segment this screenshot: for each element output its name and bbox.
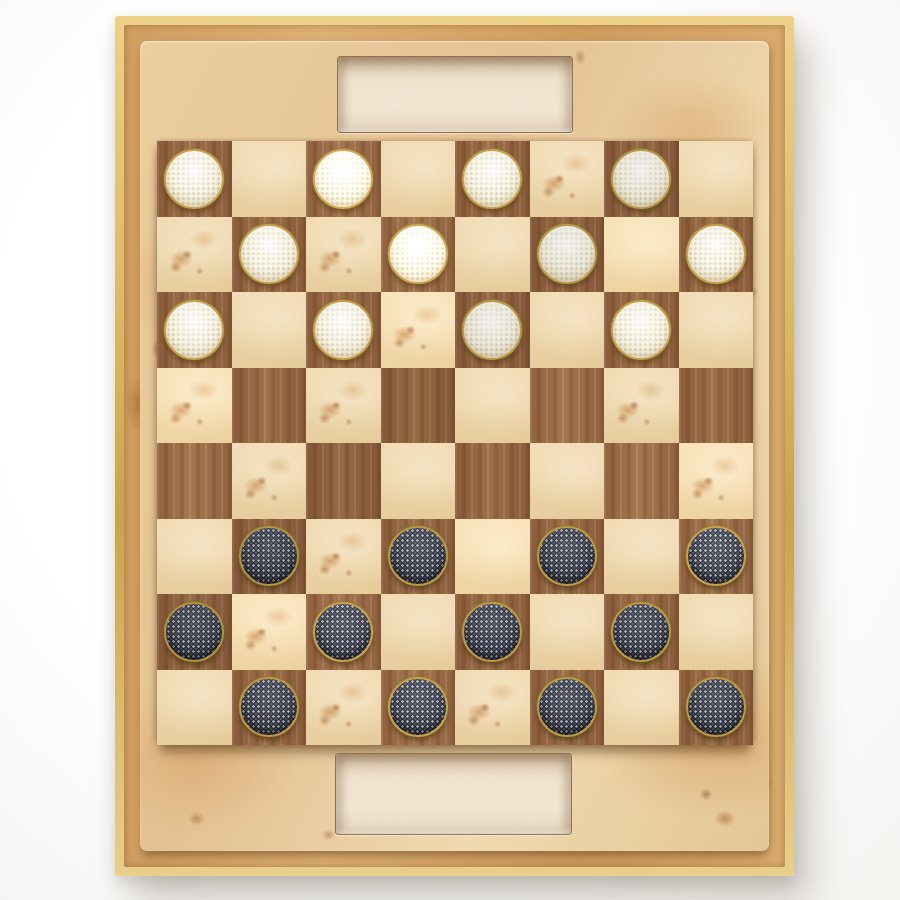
square-h7[interactable] [679, 217, 754, 293]
square-f6[interactable] [530, 292, 605, 368]
square-b3[interactable] [232, 519, 307, 595]
square-c7[interactable] [306, 217, 381, 293]
square-f3[interactable] [530, 519, 605, 595]
piece-navy[interactable] [686, 677, 746, 737]
square-e6[interactable] [455, 292, 530, 368]
square-b4[interactable] [232, 443, 307, 519]
square-e3[interactable] [455, 519, 530, 595]
square-h8[interactable] [679, 141, 754, 217]
piece-cream[interactable] [164, 300, 224, 360]
square-d3[interactable] [381, 519, 456, 595]
piece-navy[interactable] [388, 677, 448, 737]
square-c3[interactable] [306, 519, 381, 595]
piece-cream[interactable] [537, 224, 597, 284]
square-a3[interactable] [157, 519, 232, 595]
square-b6[interactable] [232, 292, 307, 368]
square-b1[interactable] [232, 670, 307, 746]
square-a6[interactable] [157, 292, 232, 368]
square-e4[interactable] [455, 443, 530, 519]
piece-navy[interactable] [313, 602, 373, 662]
square-e5[interactable] [455, 368, 530, 444]
piece-cream[interactable] [313, 300, 373, 360]
piece-navy[interactable] [686, 526, 746, 586]
square-f5[interactable] [530, 368, 605, 444]
square-g7[interactable] [604, 217, 679, 293]
square-g1[interactable] [604, 670, 679, 746]
square-g3[interactable] [604, 519, 679, 595]
square-a5[interactable] [157, 368, 232, 444]
square-f7[interactable] [530, 217, 605, 293]
square-d4[interactable] [381, 443, 456, 519]
square-h6[interactable] [679, 292, 754, 368]
square-c6[interactable] [306, 292, 381, 368]
square-c4[interactable] [306, 443, 381, 519]
piece-cream[interactable] [462, 300, 522, 360]
piece-navy[interactable] [164, 602, 224, 662]
piece-navy[interactable] [537, 526, 597, 586]
square-h1[interactable] [679, 670, 754, 746]
square-c2[interactable] [306, 594, 381, 670]
top-handle-recess[interactable] [337, 56, 573, 133]
piece-navy[interactable] [239, 677, 299, 737]
piece-navy[interactable] [537, 677, 597, 737]
square-d8[interactable] [381, 141, 456, 217]
burl-platform [140, 41, 769, 851]
square-f2[interactable] [530, 594, 605, 670]
burl-wood-border [124, 25, 785, 867]
square-h4[interactable] [679, 443, 754, 519]
square-d6[interactable] [381, 292, 456, 368]
square-g8[interactable] [604, 141, 679, 217]
piece-cream[interactable] [388, 224, 448, 284]
square-a1[interactable] [157, 670, 232, 746]
square-c1[interactable] [306, 670, 381, 746]
square-d2[interactable] [381, 594, 456, 670]
bottom-handle-recess[interactable] [335, 753, 572, 835]
square-g6[interactable] [604, 292, 679, 368]
square-a8[interactable] [157, 141, 232, 217]
piece-navy[interactable] [462, 602, 522, 662]
square-d5[interactable] [381, 368, 456, 444]
tray [115, 16, 794, 876]
square-d7[interactable] [381, 217, 456, 293]
square-a7[interactable] [157, 217, 232, 293]
square-h2[interactable] [679, 594, 754, 670]
square-b5[interactable] [232, 368, 307, 444]
square-e8[interactable] [455, 141, 530, 217]
square-b7[interactable] [232, 217, 307, 293]
square-f1[interactable] [530, 670, 605, 746]
piece-cream[interactable] [239, 224, 299, 284]
square-f8[interactable] [530, 141, 605, 217]
piece-navy[interactable] [611, 602, 671, 662]
product-photo [0, 0, 900, 900]
square-e2[interactable] [455, 594, 530, 670]
square-b2[interactable] [232, 594, 307, 670]
square-g4[interactable] [604, 443, 679, 519]
square-b8[interactable] [232, 141, 307, 217]
square-a2[interactable] [157, 594, 232, 670]
square-c5[interactable] [306, 368, 381, 444]
piece-navy[interactable] [239, 526, 299, 586]
square-d1[interactable] [381, 670, 456, 746]
square-e7[interactable] [455, 217, 530, 293]
piece-cream[interactable] [462, 149, 522, 209]
piece-cream[interactable] [611, 300, 671, 360]
square-h3[interactable] [679, 519, 754, 595]
piece-cream[interactable] [686, 224, 746, 284]
checkers-board [157, 141, 753, 745]
square-f4[interactable] [530, 443, 605, 519]
square-c8[interactable] [306, 141, 381, 217]
square-e1[interactable] [455, 670, 530, 746]
square-g5[interactable] [604, 368, 679, 444]
square-g2[interactable] [604, 594, 679, 670]
piece-navy[interactable] [388, 526, 448, 586]
square-h5[interactable] [679, 368, 754, 444]
square-a4[interactable] [157, 443, 232, 519]
piece-cream[interactable] [164, 149, 224, 209]
piece-cream[interactable] [313, 149, 373, 209]
piece-cream[interactable] [611, 149, 671, 209]
